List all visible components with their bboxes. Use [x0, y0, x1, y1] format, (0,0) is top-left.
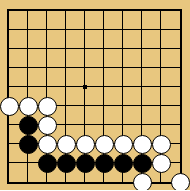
- white-stone: [0, 97, 19, 116]
- black-stone: [114, 154, 133, 173]
- white-stone: [19, 97, 38, 116]
- board-cell: [104, 68, 123, 87]
- board-cell: [47, 68, 66, 87]
- board-cell: [47, 30, 66, 49]
- board-cell: [123, 106, 142, 125]
- board-cell: [47, 49, 66, 68]
- board-cell: [28, 11, 47, 30]
- board-cell: [85, 68, 104, 87]
- board-cell: [123, 87, 142, 106]
- white-stone: [152, 154, 171, 173]
- board-cell: [123, 30, 142, 49]
- board-cell: [85, 106, 104, 125]
- white-stone: [133, 173, 152, 191]
- board-cell: [66, 11, 85, 30]
- white-stone: [57, 135, 76, 154]
- board-cell: [161, 11, 180, 30]
- white-stone: [152, 135, 171, 154]
- board-cell: [142, 49, 161, 68]
- board-cell: [123, 68, 142, 87]
- white-stone: [171, 173, 190, 191]
- board-cell: [104, 87, 123, 106]
- board-cell: [9, 163, 28, 182]
- black-stone: [19, 116, 38, 135]
- board-cell: [85, 87, 104, 106]
- board-cell: [142, 30, 161, 49]
- white-stone: [76, 135, 95, 154]
- white-stone: [95, 135, 114, 154]
- black-stone: [133, 154, 152, 173]
- board-cell: [104, 11, 123, 30]
- board-cell: [85, 11, 104, 30]
- board-cell: [28, 30, 47, 49]
- board-cell: [142, 106, 161, 125]
- board-cell: [47, 11, 66, 30]
- board-cell: [9, 30, 28, 49]
- black-stone: [95, 154, 114, 173]
- white-stone: [38, 97, 57, 116]
- board-cell: [9, 11, 28, 30]
- star-point: [83, 85, 87, 89]
- go-diagram: [0, 0, 190, 190]
- board-cell: [85, 30, 104, 49]
- board-cell: [66, 106, 85, 125]
- board-cell: [66, 87, 85, 106]
- board-cell: [66, 49, 85, 68]
- white-stone: [133, 135, 152, 154]
- board-cell: [104, 106, 123, 125]
- board-cell: [104, 49, 123, 68]
- board-cell: [161, 30, 180, 49]
- board-cell: [123, 11, 142, 30]
- white-stone: [38, 116, 57, 135]
- board-cell: [161, 68, 180, 87]
- board-cell: [28, 68, 47, 87]
- board-cell: [85, 49, 104, 68]
- board-cell: [123, 49, 142, 68]
- board-cell: [9, 49, 28, 68]
- board-cell: [9, 68, 28, 87]
- board-cell: [161, 87, 180, 106]
- board-cell: [142, 11, 161, 30]
- board-cell: [104, 30, 123, 49]
- board-cell: [161, 106, 180, 125]
- board-cell: [28, 49, 47, 68]
- black-stone: [38, 154, 57, 173]
- board-cell: [142, 87, 161, 106]
- board-cell: [66, 30, 85, 49]
- white-stone: [38, 135, 57, 154]
- black-stone: [19, 135, 38, 154]
- white-stone: [114, 135, 133, 154]
- board-cell: [142, 68, 161, 87]
- black-stone: [57, 154, 76, 173]
- board-cell: [161, 49, 180, 68]
- black-stone: [76, 154, 95, 173]
